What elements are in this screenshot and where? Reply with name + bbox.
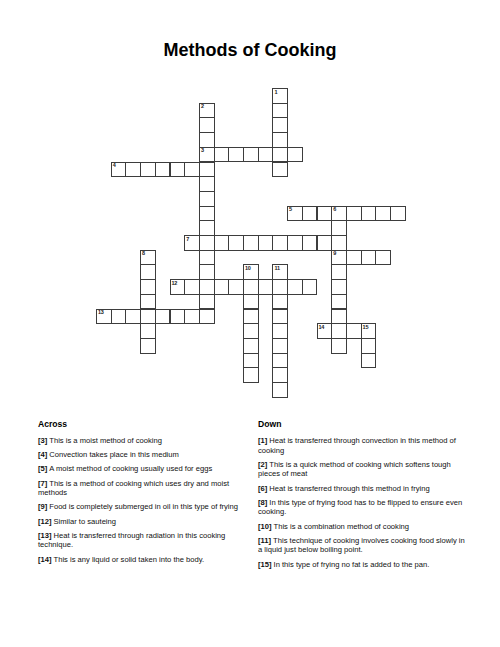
crossword-cell[interactable] [199, 220, 215, 236]
crossword-page: Methods of Cooking 123456789101112131415… [0, 0, 500, 647]
crossword-cell[interactable] [243, 294, 259, 310]
crossword-cell[interactable] [331, 309, 347, 325]
clue-number: [6] [258, 484, 267, 493]
clue-number: [2] [258, 460, 267, 469]
crossword-cell[interactable] [140, 338, 156, 354]
crossword-cell[interactable] [287, 279, 303, 295]
clue-number: [13] [38, 531, 52, 540]
crossword-cell[interactable] [272, 117, 288, 133]
cell-number: 3 [201, 148, 204, 154]
cell-number: 8 [142, 251, 145, 257]
crossword-cell[interactable] [272, 294, 288, 310]
crossword-cell[interactable] [170, 309, 186, 325]
across-clue-item: [12]Similar to sauteing [38, 517, 247, 527]
crossword-cell[interactable] [375, 250, 391, 266]
crossword-cell[interactable] [228, 147, 244, 163]
crossword-cell[interactable] [111, 309, 127, 325]
across-clue-item: [5]A moist method of cooking usually use… [38, 464, 247, 474]
crossword-cell[interactable] [199, 294, 215, 310]
crossword-cell[interactable] [361, 250, 377, 266]
cell-number: 7 [186, 237, 189, 243]
crossword-cell[interactable] [184, 309, 200, 325]
crossword-cell[interactable] [243, 235, 259, 251]
crossword-cell[interactable]: 2 [199, 103, 215, 119]
crossword-cell[interactable] [170, 162, 186, 178]
crossword-cell[interactable] [361, 353, 377, 369]
down-clue-list: [1]Heat is transferred through convectio… [258, 436, 470, 569]
clue-number: [7] [38, 479, 47, 488]
crossword-cell[interactable] [243, 309, 259, 325]
crossword-cell[interactable] [272, 162, 288, 178]
crossword-cell[interactable] [243, 147, 259, 163]
crossword-cell[interactable] [302, 206, 318, 222]
crossword-cell[interactable] [390, 206, 406, 222]
across-header: Across [38, 419, 247, 429]
crossword-cell[interactable] [199, 176, 215, 192]
cell-number: 12 [172, 281, 178, 287]
crossword-cell[interactable] [243, 323, 259, 339]
crossword-cell[interactable] [361, 206, 377, 222]
crossword-cell[interactable] [199, 250, 215, 266]
clue-number: [9] [38, 502, 47, 511]
crossword-cell[interactable] [331, 235, 347, 251]
crossword-cell[interactable] [243, 338, 259, 354]
crossword-cell[interactable] [331, 279, 347, 295]
clue-text: This is any liquid or solid taken into t… [54, 555, 205, 564]
crossword-cell[interactable] [228, 235, 244, 251]
cell-number: 2 [201, 104, 204, 110]
crossword-cell[interactable]: 4 [111, 162, 127, 178]
cell-number: 14 [319, 325, 325, 331]
crossword-cell[interactable] [199, 206, 215, 222]
across-clue-list: [3]This is a moist method of cooking[4]C… [38, 436, 247, 564]
crossword-cell[interactable] [272, 338, 288, 354]
crossword-cell[interactable] [214, 279, 230, 295]
across-clue-item: [9]Food is completely submerged in oil i… [38, 502, 247, 512]
clue-text: Convection takes place in this medium [49, 450, 179, 459]
crossword-cell[interactable] [140, 323, 156, 339]
crossword-cell[interactable] [331, 220, 347, 236]
crossword-cell[interactable]: 1 [272, 88, 288, 104]
crossword-cell[interactable] [346, 323, 362, 339]
crossword-cell[interactable] [258, 147, 274, 163]
down-clue-item: [2]This is a quick method of cooking whi… [258, 460, 470, 479]
crossword-cell[interactable] [155, 162, 171, 178]
crossword-cell[interactable] [272, 323, 288, 339]
cell-number: 9 [333, 251, 336, 257]
crossword-cell[interactable] [287, 147, 303, 163]
crossword-cell[interactable]: 3 [199, 147, 215, 163]
clue-text: In this type of frying no fat is added t… [274, 560, 430, 569]
crossword-cell[interactable] [214, 147, 230, 163]
across-clue-item: [4]Convection takes place in this medium [38, 450, 247, 460]
crossword-cell[interactable]: 13 [96, 309, 112, 325]
clue-text: This is a combination method of cooking [274, 522, 410, 531]
crossword-cell[interactable] [140, 309, 156, 325]
crossword-cell[interactable] [375, 206, 391, 222]
crossword-cell[interactable]: 15 [361, 323, 377, 339]
cell-number: 13 [98, 310, 104, 316]
crossword-cell[interactable]: 8 [140, 250, 156, 266]
clue-text: Heat is transferred through this method … [269, 484, 429, 493]
crossword-cell[interactable] [361, 338, 377, 354]
crossword-cell[interactable]: 6 [331, 206, 347, 222]
clue-text: In this type of frying food has to be fl… [258, 498, 462, 517]
clue-number: [11] [258, 536, 271, 545]
clue-number: [8] [258, 498, 267, 507]
across-clue-item: [13]Heat is transferred through radiatio… [38, 531, 247, 550]
crossword-cell[interactable] [302, 279, 318, 295]
across-clue-item: [14]This is any liquid or solid taken in… [38, 555, 247, 565]
down-clues-section: Down [1]Heat is transferred through conv… [258, 419, 470, 574]
crossword-cell[interactable] [199, 191, 215, 207]
crossword-cell[interactable] [243, 367, 259, 383]
crossword-cell[interactable] [228, 279, 244, 295]
clue-text: This technique of cooking involves cooki… [258, 536, 465, 555]
down-header: Down [258, 419, 470, 429]
down-clue-item: [8]In this type of frying food has to be… [258, 498, 470, 517]
crossword-cell[interactable]: 14 [317, 323, 333, 339]
crossword-cell[interactable] [243, 353, 259, 369]
down-clue-item: [15]In this type of frying no fat is add… [258, 560, 470, 570]
cell-number: 5 [289, 207, 292, 213]
clue-number: [14] [38, 555, 52, 564]
crossword-cell[interactable] [199, 279, 215, 295]
crossword-cell[interactable] [258, 279, 274, 295]
cell-number: 6 [333, 207, 336, 213]
crossword-cell[interactable] [272, 147, 288, 163]
clue-number: [12] [38, 517, 52, 526]
across-clues-section: Across [3]This is a moist method of cook… [38, 419, 247, 569]
crossword-cell[interactable] [331, 338, 347, 354]
crossword-cell[interactable] [331, 294, 347, 310]
crossword-cell[interactable] [331, 264, 347, 280]
crossword-cell[interactable] [214, 235, 230, 251]
clue-number: [4] [38, 450, 47, 459]
clue-number: [3] [38, 436, 47, 445]
cell-number: 10 [245, 266, 251, 272]
crossword-cell[interactable] [346, 206, 362, 222]
crossword-cell[interactable] [199, 117, 215, 133]
crossword-cell[interactable] [125, 162, 141, 178]
down-clue-item: [6]Heat is transferred through this meth… [258, 484, 470, 494]
clue-number: [10] [258, 522, 272, 531]
crossword-cell[interactable] [199, 309, 215, 325]
crossword-cell[interactable] [272, 103, 288, 119]
crossword-cell[interactable]: 5 [287, 206, 303, 222]
down-clue-item: [10]This is a combination method of cook… [258, 522, 470, 532]
clue-number: [5] [38, 464, 47, 473]
crossword-cell[interactable] [184, 162, 200, 178]
crossword-cell[interactable]: 12 [170, 279, 186, 295]
crossword-cell[interactable] [317, 235, 333, 251]
crossword-cell[interactable] [140, 162, 156, 178]
clue-number: [1] [258, 436, 267, 445]
crossword-cell[interactable] [199, 162, 215, 178]
crossword-cell[interactable] [199, 235, 215, 251]
cell-number: 15 [363, 325, 369, 331]
crossword-cell[interactable]: 9 [331, 250, 347, 266]
crossword-cell[interactable] [272, 235, 288, 251]
across-clue-item: [7]This is a method of cooking which use… [38, 479, 247, 498]
clue-text: A moist method of cooking usually used f… [49, 464, 212, 473]
crossword-cell[interactable] [287, 235, 303, 251]
crossword-cell[interactable]: 7 [184, 235, 200, 251]
crossword-cell[interactable]: 11 [272, 264, 288, 280]
clue-text: This is a method of cooking which uses d… [38, 479, 229, 498]
crossword-cell[interactable] [331, 323, 347, 339]
clue-text: This is a quick method of cooking which … [258, 460, 451, 479]
clue-text: Food is completely submerged in oil in t… [49, 502, 238, 511]
crossword-cell[interactable] [140, 294, 156, 310]
crossword-cell[interactable] [272, 353, 288, 369]
crossword-cell[interactable] [272, 309, 288, 325]
down-clue-item: [11]This technique of cooking involves c… [258, 536, 470, 555]
down-clue-item: [1]Heat is transferred through convectio… [258, 436, 470, 455]
clue-text: Heat is transferred through radiation in… [38, 531, 225, 550]
clue-text: Similar to sauteing [54, 517, 116, 526]
crossword-cell[interactable] [272, 367, 288, 383]
crossword-cell[interactable] [243, 279, 259, 295]
crossword-cell[interactable] [272, 279, 288, 295]
crossword-cell[interactable] [317, 206, 333, 222]
crossword-cell[interactable] [140, 279, 156, 295]
crossword-cell[interactable] [140, 264, 156, 280]
crossword-cell[interactable] [184, 279, 200, 295]
cell-number: 4 [113, 163, 116, 169]
page-title: Methods of Cooking [0, 40, 500, 61]
clue-text: This is a moist method of cooking [49, 436, 162, 445]
crossword-cell[interactable] [199, 264, 215, 280]
crossword-cell[interactable] [272, 382, 288, 398]
crossword-cell[interactable] [272, 132, 288, 148]
crossword-cell[interactable] [258, 235, 274, 251]
clue-text: Heat is transferred through convection i… [258, 436, 456, 455]
crossword-cell[interactable] [302, 235, 318, 251]
clue-number: [15] [258, 560, 272, 569]
crossword-cell[interactable] [346, 250, 362, 266]
crossword-cell[interactable] [199, 132, 215, 148]
crossword-cell[interactable]: 10 [243, 264, 259, 280]
crossword-cell[interactable] [125, 309, 141, 325]
across-clue-item: [3]This is a moist method of cooking [38, 436, 247, 446]
cell-number: 11 [274, 266, 279, 272]
cell-number: 1 [274, 90, 277, 96]
crossword-cell[interactable] [155, 309, 171, 325]
